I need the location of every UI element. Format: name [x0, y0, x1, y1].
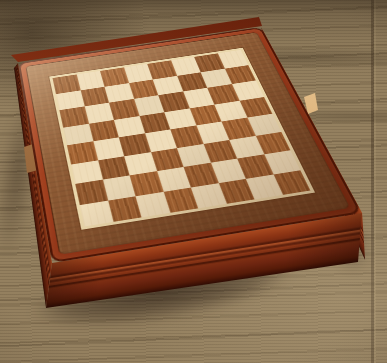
square-r5c1[interactable]: [67, 141, 98, 164]
photo-scene: [0, 0, 387, 363]
square-r5c3[interactable]: [119, 133, 151, 156]
square-r7c3[interactable]: [130, 171, 164, 196]
